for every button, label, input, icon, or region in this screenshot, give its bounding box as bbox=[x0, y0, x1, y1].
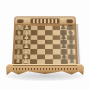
square[interactable] bbox=[30, 59, 38, 64]
carved-corner-left bbox=[17, 19, 24, 23]
square[interactable]: ♟ bbox=[60, 59, 68, 64]
apron-rim-line bbox=[13, 65, 77, 66]
square[interactable] bbox=[37, 59, 45, 64]
chess-board[interactable]: ♜♟♟♜♞♟♟♞♝♟♟♝♛♟♟♛♚♟♟♚♝♟♟♝♞♟♟♞♜♟♟♜ bbox=[14, 26, 76, 64]
carved-apron bbox=[6, 64, 84, 75]
chess-box: ♜♟♟♜♞♟♟♞♝♟♟♝♛♟♟♛♚♟♟♚♝♟♟♝♞♟♟♞♜♟♟♜ bbox=[12, 16, 78, 66]
carved-center-pattern bbox=[31, 19, 59, 23]
inlay-dots bbox=[13, 68, 77, 70]
box-back-edge bbox=[14, 16, 76, 24]
square[interactable] bbox=[45, 59, 53, 64]
square[interactable]: ♜ bbox=[68, 59, 76, 64]
square[interactable] bbox=[53, 59, 61, 64]
carved-corner-right bbox=[66, 19, 73, 23]
chess-set-photo: ♜♟♟♜♞♟♟♞♝♟♟♝♛♟♟♛♚♟♟♚♝♟♟♝♞♟♟♞♜♟♟♜ bbox=[0, 0, 90, 90]
square[interactable]: ♟ bbox=[22, 59, 30, 64]
board-frame: ♜♟♟♜♞♟♟♞♝♟♟♝♛♟♟♛♚♟♟♚♝♟♟♝♞♟♟♞♜♟♟♜ bbox=[12, 24, 78, 66]
